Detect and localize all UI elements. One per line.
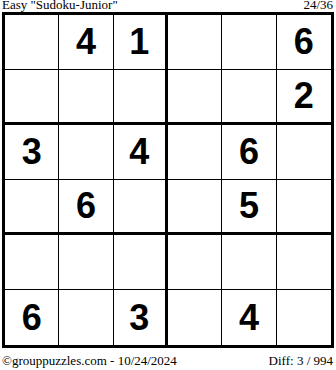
cell-r6c2[interactable] bbox=[59, 290, 113, 345]
cell-r6c3[interactable]: 3 bbox=[114, 290, 168, 345]
cell-r4c3[interactable] bbox=[114, 180, 168, 235]
cell-r4c6[interactable] bbox=[277, 180, 331, 235]
cell-r3c4[interactable] bbox=[168, 125, 222, 180]
puzzle-counter: 24/36 bbox=[303, 0, 333, 12]
copyright-text: ©grouppuzzles.com - 10/24/2024 bbox=[2, 353, 177, 368]
cell-r2c6[interactable]: 2 bbox=[277, 70, 331, 125]
cell-r6c5[interactable]: 4 bbox=[222, 290, 276, 345]
footer: ©grouppuzzles.com - 10/24/2024 Diff: 3 /… bbox=[2, 353, 333, 368]
cell-r1c4[interactable] bbox=[168, 15, 222, 70]
cell-r1c3[interactable]: 1 bbox=[114, 15, 168, 70]
cell-r3c6[interactable] bbox=[277, 125, 331, 180]
cell-r2c2[interactable] bbox=[59, 70, 113, 125]
cell-r3c2[interactable] bbox=[59, 125, 113, 180]
cell-r1c5[interactable] bbox=[222, 15, 276, 70]
cell-r2c4[interactable] bbox=[168, 70, 222, 125]
puzzle-title: Easy "Sudoku-Junior" bbox=[2, 0, 118, 12]
cell-r1c6[interactable]: 6 bbox=[277, 15, 331, 70]
cell-r4c1[interactable] bbox=[5, 180, 59, 235]
sudoku-grid: 416234665634 bbox=[2, 12, 334, 348]
cell-r4c2[interactable]: 6 bbox=[59, 180, 113, 235]
cell-r5c6[interactable] bbox=[277, 235, 331, 290]
cell-r3c5[interactable]: 6 bbox=[222, 125, 276, 180]
header: Easy "Sudoku-Junior" 24/36 bbox=[2, 0, 333, 12]
cell-r1c1[interactable] bbox=[5, 15, 59, 70]
cell-r5c3[interactable] bbox=[114, 235, 168, 290]
cell-r2c3[interactable] bbox=[114, 70, 168, 125]
cell-r3c1[interactable]: 3 bbox=[5, 125, 59, 180]
cell-r5c4[interactable] bbox=[168, 235, 222, 290]
difficulty-text: Diff: 3 / 994 bbox=[269, 353, 333, 368]
cell-r6c1[interactable]: 6 bbox=[5, 290, 59, 345]
cell-r1c2[interactable]: 4 bbox=[59, 15, 113, 70]
puzzle-page: Easy "Sudoku-Junior" 24/36 416234665634 … bbox=[0, 0, 336, 370]
cell-r6c4[interactable] bbox=[168, 290, 222, 345]
cell-r5c5[interactable] bbox=[222, 235, 276, 290]
cell-r4c5[interactable]: 5 bbox=[222, 180, 276, 235]
cell-r5c1[interactable] bbox=[5, 235, 59, 290]
cell-r4c4[interactable] bbox=[168, 180, 222, 235]
cell-r2c5[interactable] bbox=[222, 70, 276, 125]
cell-r2c1[interactable] bbox=[5, 70, 59, 125]
cell-r5c2[interactable] bbox=[59, 235, 113, 290]
cell-r6c6[interactable] bbox=[277, 290, 331, 345]
cell-r3c3[interactable]: 4 bbox=[114, 125, 168, 180]
